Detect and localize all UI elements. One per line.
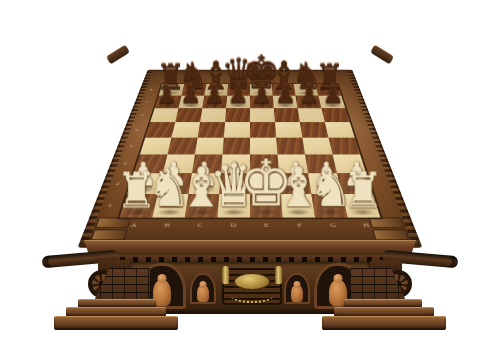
file-label-h: H	[349, 222, 385, 232]
square-c5[interactable]	[198, 122, 225, 137]
file-label-g: G	[316, 222, 351, 232]
square-a7[interactable]: ♟	[155, 96, 182, 109]
small-niche-right	[284, 273, 310, 304]
carved-base	[130, 262, 370, 314]
piece-black-pawn[interactable]: ♟	[228, 82, 249, 108]
piece-black-pawn[interactable]: ♟	[204, 82, 225, 108]
brass-chain	[230, 287, 274, 303]
square-a4[interactable]	[140, 138, 172, 155]
chessboard-tabletop: ♜♞♝♛♚♝♞♜♟♟♟♟♟♟♟♟♟♟♟♟♟♟♟♟♜♞♝♛♚♝♞♜ ABCDEFG…	[77, 70, 422, 248]
file-labels: ABCDEFGH	[115, 222, 385, 232]
piece-black-pawn[interactable]: ♟	[251, 82, 272, 108]
piece-black-pawn[interactable]: ♟	[275, 82, 296, 108]
square-d5[interactable]	[224, 122, 250, 137]
file-label-b: B	[149, 222, 184, 232]
file-label-c: C	[183, 222, 218, 232]
square-g4[interactable]	[302, 138, 332, 155]
square-e5[interactable]	[250, 122, 276, 137]
file-label-d: D	[216, 222, 250, 232]
square-h6[interactable]	[321, 108, 349, 122]
square-f6[interactable]	[274, 108, 300, 122]
square-d7[interactable]: ♟	[226, 96, 250, 109]
square-a5[interactable]	[145, 122, 175, 137]
file-label-f: F	[283, 222, 318, 232]
square-c6[interactable]	[200, 108, 226, 122]
chess-board: ♜♞♝♛♚♝♞♜♟♟♟♟♟♟♟♟♟♟♟♟♟♟♟♟♜♞♝♛♚♝♞♜	[120, 84, 381, 218]
square-e6[interactable]	[250, 108, 275, 122]
center-grille	[222, 268, 282, 305]
brass-post-left	[222, 266, 229, 284]
square-b6[interactable]	[175, 108, 202, 122]
square-c7[interactable]: ♟	[202, 96, 227, 109]
piece-black-pawn[interactable]: ♟	[156, 82, 177, 108]
square-b5[interactable]	[171, 122, 200, 137]
small-niche-left	[190, 273, 216, 304]
square-h7[interactable]: ♟	[318, 96, 345, 109]
foot-left-base	[54, 316, 178, 330]
brass-post-right	[275, 266, 282, 284]
piece-black-pawn[interactable]: ♟	[322, 82, 343, 108]
piece-black-pawn[interactable]: ♟	[180, 82, 201, 108]
square-b4[interactable]	[167, 138, 197, 155]
file-label-a: A	[115, 222, 151, 232]
square-g6[interactable]	[298, 108, 325, 122]
square-h5[interactable]	[325, 122, 355, 137]
square-h1[interactable]: ♜	[342, 194, 380, 217]
square-g7[interactable]: ♟	[296, 96, 322, 109]
carved-figure	[197, 285, 209, 302]
square-b7[interactable]: ♟	[179, 96, 205, 109]
carved-figure	[291, 285, 303, 302]
square-e7[interactable]: ♟	[250, 96, 274, 109]
foot-right-base	[322, 316, 446, 330]
square-g5[interactable]	[300, 122, 329, 137]
square-f5[interactable]	[275, 122, 302, 137]
chess-set-photo: ♜♞♝♛♚♝♞♜♟♟♟♟♟♟♟♟♟♟♟♟♟♟♟♟♜♞♝♛♚♝♞♜ ABCDEFG…	[0, 0, 500, 363]
square-a6[interactable]	[150, 108, 178, 122]
piece-black-pawn[interactable]: ♟	[299, 82, 320, 108]
piece-white-rook[interactable]: ♜	[343, 165, 384, 215]
square-f7[interactable]: ♟	[273, 96, 298, 109]
file-label-e: E	[250, 222, 284, 232]
square-d6[interactable]	[225, 108, 250, 122]
square-h4[interactable]	[329, 138, 361, 155]
